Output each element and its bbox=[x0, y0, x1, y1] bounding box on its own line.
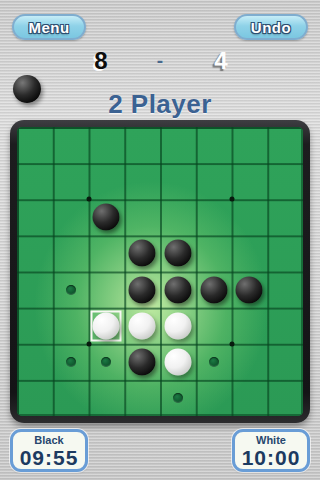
legal-move-hint[interactable] bbox=[209, 357, 219, 367]
undo-button[interactable]: Undo bbox=[234, 14, 308, 40]
menu-button[interactable]: Menu bbox=[12, 14, 86, 40]
white-disc bbox=[164, 348, 191, 375]
black-disc bbox=[200, 276, 227, 303]
score-separator: - bbox=[140, 50, 180, 72]
legal-move-hint[interactable] bbox=[173, 393, 183, 403]
white-clock: White 10:00 bbox=[232, 429, 310, 472]
black-disc bbox=[164, 276, 191, 303]
white-clock-time: 10:00 bbox=[235, 447, 307, 469]
black-disc bbox=[129, 348, 156, 375]
white-disc bbox=[164, 312, 191, 339]
black-disc bbox=[164, 240, 191, 267]
score-black-count: 8 bbox=[81, 47, 121, 75]
legal-move-hint[interactable] bbox=[66, 285, 76, 295]
legal-move-hint[interactable] bbox=[101, 357, 111, 367]
board-star-point bbox=[229, 197, 234, 202]
othello-board[interactable] bbox=[17, 127, 303, 416]
black-disc bbox=[93, 204, 120, 231]
board-star-point bbox=[86, 197, 91, 202]
legal-move-hint[interactable] bbox=[66, 357, 76, 367]
white-disc bbox=[93, 312, 120, 339]
score-white-count: 4 bbox=[201, 47, 241, 75]
black-disc bbox=[129, 276, 156, 303]
board-star-point bbox=[86, 341, 91, 346]
black-disc bbox=[236, 276, 263, 303]
board-star-point bbox=[229, 341, 234, 346]
black-clock-time: 09:55 bbox=[13, 447, 85, 469]
board-frame bbox=[10, 120, 310, 423]
white-disc bbox=[129, 312, 156, 339]
board-gridlines bbox=[17, 127, 303, 416]
black-clock: Black 09:55 bbox=[10, 429, 88, 472]
black-disc bbox=[129, 240, 156, 267]
page-title: 2 Player bbox=[0, 89, 320, 120]
